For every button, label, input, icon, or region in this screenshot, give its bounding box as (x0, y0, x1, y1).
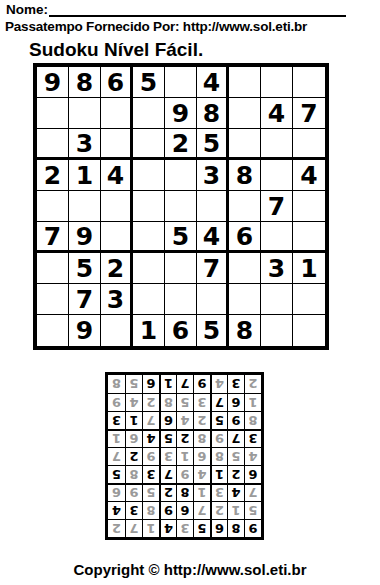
cell-r1c1: 9 (37, 67, 69, 98)
solution-cell-r4c9: 5 (108, 465, 125, 483)
solution-cell-r1c9: 2 (108, 519, 125, 537)
cell-r7c5 (165, 253, 197, 284)
cell-r6c7: 6 (229, 222, 261, 253)
cell-r3c8 (261, 129, 293, 160)
solution-cell-r3c9: 6 (108, 483, 125, 501)
cell-r3c9 (293, 129, 325, 160)
cell-r8c9 (293, 284, 325, 315)
solution-cell-r6c4: 8 (193, 429, 210, 447)
cell-r7c7 (229, 253, 261, 284)
cell-r8c4 (133, 284, 165, 315)
solution-cell-r1c1: 9 (244, 519, 261, 537)
cell-r4c3: 4 (101, 160, 133, 191)
cell-r1c6: 4 (197, 67, 229, 98)
solution-cell-r2c2: 1 (227, 501, 244, 519)
cell-r4c7: 8 (229, 160, 261, 191)
cell-r4c9: 4 (293, 160, 325, 191)
solution-cell-r9c6: 1 (159, 375, 176, 393)
page-title: Sudoku Nível Fácil. (29, 39, 203, 61)
sudoku-solution-grid-rotated: 9865341725127698347431825966214973854586… (105, 372, 264, 540)
cell-r4c5 (165, 160, 197, 191)
cell-r9c3 (101, 315, 133, 346)
cell-r2c5: 9 (165, 98, 197, 129)
solution-cell-r4c1: 6 (244, 465, 261, 483)
solution-cell-r3c1: 7 (244, 483, 261, 501)
solution-cell-r9c9: 8 (108, 375, 125, 393)
solution-cell-r5c6: 3 (159, 447, 176, 465)
solution-cell-r4c8: 8 (125, 465, 142, 483)
cell-r1c3: 6 (101, 67, 133, 98)
cell-r9c8 (261, 315, 293, 346)
solution-cell-r8c6: 8 (159, 393, 176, 411)
solution-cell-r6c3: 9 (210, 429, 227, 447)
solution-cell-r2c8: 3 (125, 501, 142, 519)
cell-r1c8 (261, 67, 293, 98)
name-blank-line (49, 2, 346, 17)
cell-r3c6: 5 (197, 129, 229, 160)
solution-cell-r2c7: 8 (142, 501, 159, 519)
solution-cell-r8c1: 1 (244, 393, 261, 411)
solution-cell-r3c6: 2 (159, 483, 176, 501)
cell-r6c8 (261, 222, 293, 253)
cell-r5c4 (133, 191, 165, 222)
cell-r8c8 (261, 284, 293, 315)
cell-r6c2: 9 (69, 222, 101, 253)
cell-r2c9: 7 (293, 98, 325, 129)
cell-r4c4 (133, 160, 165, 191)
cell-r6c6: 4 (197, 222, 229, 253)
cell-r7c8: 3 (261, 253, 293, 284)
solution-cell-r6c6: 5 (159, 429, 176, 447)
cell-r8c5 (165, 284, 197, 315)
solution-cell-r2c9: 4 (108, 501, 125, 519)
cell-r9c5: 6 (165, 315, 197, 346)
copyright-line: Copyright © http://www.sol.eti.br (0, 561, 380, 578)
solution-cell-r9c1: 2 (244, 375, 261, 393)
solution-cell-r8c8: 4 (125, 393, 142, 411)
cell-r8c3: 3 (101, 284, 133, 315)
cell-r9c4: 1 (133, 315, 165, 346)
solution-cell-r9c2: 3 (227, 375, 244, 393)
solution-cell-r7c2: 9 (227, 411, 244, 429)
solution-cell-r6c2: 7 (227, 429, 244, 447)
cell-r6c1: 7 (37, 222, 69, 253)
cell-r1c2: 8 (69, 67, 101, 98)
cell-r9c9 (293, 315, 325, 346)
cell-r5c6 (197, 191, 229, 222)
cell-r8c6 (197, 284, 229, 315)
cell-r2c4 (133, 98, 165, 129)
cell-r7c6: 7 (197, 253, 229, 284)
solution-cell-r1c8: 7 (125, 519, 142, 537)
cell-r3c7 (229, 129, 261, 160)
solution-cell-r9c3: 4 (210, 375, 227, 393)
cell-r8c1 (37, 284, 69, 315)
cell-r6c9 (293, 222, 325, 253)
solution-cell-r1c3: 6 (210, 519, 227, 537)
worksheet-page: Nome: Passatempo Fornecido Por: http://w… (0, 0, 380, 585)
cell-r1c4: 5 (133, 67, 165, 98)
solution-cell-r3c7: 5 (142, 483, 159, 501)
cell-r5c5 (165, 191, 197, 222)
cell-r2c3 (101, 98, 133, 129)
solution-cell-r2c6: 9 (159, 501, 176, 519)
cell-r7c2: 5 (69, 253, 101, 284)
solution-cell-r7c6: 6 (159, 411, 176, 429)
cell-r7c9: 1 (293, 253, 325, 284)
name-field-row: Nome: (6, 2, 346, 17)
solution-cell-r4c5: 9 (176, 465, 193, 483)
cell-r5c9 (293, 191, 325, 222)
cell-r4c6: 3 (197, 160, 229, 191)
solution-cell-r6c9: 1 (108, 429, 125, 447)
cell-r5c3 (101, 191, 133, 222)
solution-cell-r3c2: 4 (227, 483, 244, 501)
cell-r5c2 (69, 191, 101, 222)
solution-cell-r9c5: 7 (176, 375, 193, 393)
cell-r8c2: 7 (69, 284, 101, 315)
solution-cell-r6c5: 2 (176, 429, 193, 447)
cell-r3c2: 3 (69, 129, 101, 160)
solution-cell-r5c2: 5 (227, 447, 244, 465)
solution-cell-r4c3: 1 (210, 465, 227, 483)
cell-r6c3 (101, 222, 133, 253)
cell-r1c7 (229, 67, 261, 98)
cell-r5c7 (229, 191, 261, 222)
solution-cell-r7c1: 8 (244, 411, 261, 429)
solution-cell-r4c7: 3 (142, 465, 159, 483)
cell-r9c2: 9 (69, 315, 101, 346)
solution-cell-r7c9: 3 (108, 411, 125, 429)
solution-cell-r8c9: 9 (108, 393, 125, 411)
solution-cell-r7c5: 4 (176, 411, 193, 429)
solution-cell-r8c3: 7 (210, 393, 227, 411)
cell-r9c1 (37, 315, 69, 346)
solution-cell-r1c4: 5 (193, 519, 210, 537)
cell-r4c2: 1 (69, 160, 101, 191)
solution-cell-r2c1: 5 (244, 501, 261, 519)
solution-cell-r1c7: 1 (142, 519, 159, 537)
solution-cell-r7c8: 1 (125, 411, 142, 429)
cell-r3c5: 2 (165, 129, 197, 160)
solution-cell-r5c1: 4 (244, 447, 261, 465)
solution-cell-r7c4: 2 (193, 411, 210, 429)
cell-r7c3: 2 (101, 253, 133, 284)
solution-cell-r4c6: 7 (159, 465, 176, 483)
cell-r2c6: 8 (197, 98, 229, 129)
solution-cell-r3c8: 9 (125, 483, 142, 501)
solution-cell-r5c8: 2 (125, 447, 142, 465)
solution-cell-r5c7: 9 (142, 447, 159, 465)
cell-r8c7 (229, 284, 261, 315)
solution-cell-r3c5: 8 (176, 483, 193, 501)
solution-cell-r1c5: 3 (176, 519, 193, 537)
cell-r5c1 (37, 191, 69, 222)
cell-r2c7 (229, 98, 261, 129)
solution-cell-r1c6: 4 (159, 519, 176, 537)
solution-cell-r3c3: 3 (210, 483, 227, 501)
solution-cell-r3c4: 1 (193, 483, 210, 501)
cell-r4c8 (261, 160, 293, 191)
cell-r2c1 (37, 98, 69, 129)
solution-cell-r7c3: 5 (210, 411, 227, 429)
solution-cell-r4c4: 4 (193, 465, 210, 483)
solution-cell-r2c5: 6 (176, 501, 193, 519)
solution-cell-r6c7: 4 (142, 429, 159, 447)
cell-r9c6: 5 (197, 315, 229, 346)
provider-line: Passatempo Fornecido Por: http://www.sol… (5, 19, 377, 34)
solution-cell-r5c9: 7 (108, 447, 125, 465)
cell-r3c4 (133, 129, 165, 160)
solution-cell-r5c3: 8 (210, 447, 227, 465)
solution-cell-r2c3: 2 (210, 501, 227, 519)
cell-r9c7: 8 (229, 315, 261, 346)
cell-r7c4 (133, 253, 165, 284)
cell-r2c8: 4 (261, 98, 293, 129)
solution-cell-r8c7: 2 (142, 393, 159, 411)
solution-cell-r9c4: 9 (193, 375, 210, 393)
cell-r6c5: 5 (165, 222, 197, 253)
solution-cell-r4c2: 2 (227, 465, 244, 483)
solution-cell-r8c2: 6 (227, 393, 244, 411)
cell-r2c2 (69, 98, 101, 129)
cell-r7c1 (37, 253, 69, 284)
solution-cell-r5c4: 6 (193, 447, 210, 465)
solution-cell-r9c7: 6 (142, 375, 159, 393)
solution-cell-r7c7: 7 (142, 411, 159, 429)
solution-cell-r1c2: 8 (227, 519, 244, 537)
cell-r1c5 (165, 67, 197, 98)
solution-cell-r9c8: 5 (125, 375, 142, 393)
cell-r6c4 (133, 222, 165, 253)
solution-cell-r8c4: 3 (193, 393, 210, 411)
cell-r1c9 (293, 67, 325, 98)
cell-r4c1: 2 (37, 160, 69, 191)
solution-cell-r6c8: 6 (125, 429, 142, 447)
solution-cell-r2c4: 7 (193, 501, 210, 519)
solution-cell-r8c5: 5 (176, 393, 193, 411)
solution-cell-r5c5: 1 (176, 447, 193, 465)
cell-r3c3 (101, 129, 133, 160)
name-label: Nome: (6, 2, 48, 17)
cell-r3c1 (37, 129, 69, 160)
sudoku-puzzle-grid: 986549847325214384779546527317391658 (33, 63, 329, 350)
cell-r5c8: 7 (261, 191, 293, 222)
solution-cell-r6c1: 3 (244, 429, 261, 447)
